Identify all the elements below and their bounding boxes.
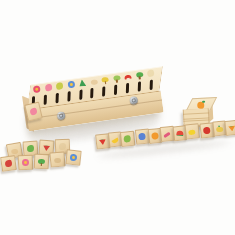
flamingo-icon: [44, 84, 52, 92]
faded-tile-icon: [59, 143, 66, 150]
strawberry-icon: [99, 138, 107, 146]
pine-tree-icon: [78, 79, 86, 87]
flamingo-icon: [29, 107, 37, 115]
mushroom-icon: [124, 74, 131, 79]
apple-icon: [203, 127, 211, 135]
picture-tile: [120, 131, 135, 147]
sorting-slot: [138, 81, 142, 92]
sorting-slot: [126, 83, 130, 94]
strawberry-plant-icon: [43, 144, 50, 151]
metal-clasp-icon: [57, 111, 66, 120]
metal-clasp-icon: [129, 96, 138, 105]
picture-tile: [224, 120, 235, 136]
grasshopper-icon: [27, 145, 34, 152]
sorting-slot: [55, 93, 59, 104]
picture-tile: [185, 123, 200, 139]
picture-tile: [65, 149, 81, 165]
watermelon-icon: [176, 131, 183, 137]
pink-flower-icon: [33, 85, 41, 93]
picture-tile: [18, 155, 34, 171]
green-grapes-icon: [124, 135, 132, 143]
banana-icon: [111, 137, 119, 144]
faded-picture-icon: [147, 69, 155, 77]
deer-icon: [90, 79, 98, 85]
yellow-bird-icon: [56, 82, 64, 90]
sorting-slot: [102, 86, 106, 97]
yellow-tree-icon: [101, 77, 109, 83]
sorting-slot: [91, 88, 95, 99]
plum-icon: [138, 133, 146, 141]
green-tree-icon: [135, 72, 143, 78]
picture-tile: [0, 155, 17, 172]
red-bird-icon: [5, 160, 13, 168]
blue-flower-icon: [70, 154, 78, 162]
chili-pepper-icon: [164, 132, 171, 138]
pineapple-icon: [216, 126, 224, 132]
sorting-slot: [67, 91, 71, 102]
lemon-icon: [188, 129, 195, 135]
hedgehog-icon: [54, 157, 61, 163]
sorting-slot: [44, 94, 48, 105]
picture-tile: [49, 151, 65, 167]
sorting-slot: [79, 89, 83, 100]
blue-flower-icon: [67, 81, 75, 89]
product-photo-scene: [0, 0, 235, 235]
pink-flower-icon: [22, 159, 29, 166]
picture-tile: [34, 154, 50, 170]
green-tree-icon: [38, 159, 45, 164]
faded-animal-icon: [11, 148, 19, 154]
sorting-slot: [114, 85, 118, 96]
light-green-tree-icon: [113, 75, 121, 81]
orange-icon: [151, 132, 159, 140]
orange-with-leaf-icon: [197, 101, 204, 108]
carrot-icon: [228, 124, 235, 132]
sorting-slot: [149, 80, 153, 91]
